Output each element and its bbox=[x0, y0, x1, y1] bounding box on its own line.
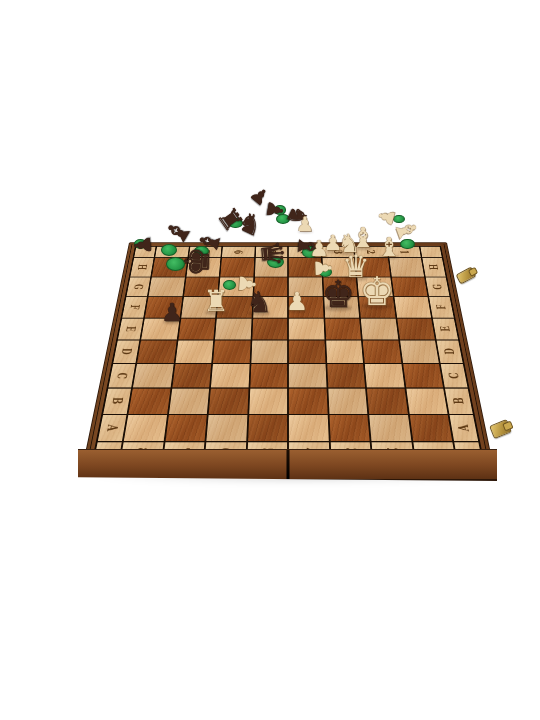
square-g6 bbox=[219, 277, 253, 296]
green-felt-base bbox=[276, 214, 290, 224]
green-felt-base bbox=[393, 215, 405, 224]
square-c2 bbox=[365, 364, 404, 388]
square-c7 bbox=[172, 364, 211, 388]
square-a1 bbox=[409, 415, 452, 441]
board-fold-seam bbox=[286, 450, 289, 479]
piece-white-bishop: ♝ bbox=[390, 215, 422, 246]
square-f5 bbox=[253, 297, 287, 317]
square-h7 bbox=[186, 258, 220, 276]
square-c6 bbox=[211, 364, 249, 388]
square-b8 bbox=[129, 389, 171, 414]
brass-latch-icon bbox=[489, 419, 512, 439]
piece-dark-rook: ♜ bbox=[213, 202, 248, 236]
label-file-f-right: F bbox=[429, 297, 453, 317]
label-rank-5-back: 5 bbox=[255, 247, 287, 258]
board-corner-cell bbox=[134, 247, 155, 258]
label-file-e-right: E bbox=[433, 318, 458, 339]
label-file-h-left: H bbox=[130, 258, 153, 276]
square-h2 bbox=[356, 258, 390, 276]
square-f3 bbox=[324, 297, 359, 317]
label-file-c-left: C bbox=[108, 364, 135, 388]
square-h4 bbox=[289, 258, 322, 276]
square-e6 bbox=[215, 318, 251, 339]
square-c8 bbox=[133, 364, 173, 388]
board-front-edge bbox=[78, 449, 497, 481]
square-g1 bbox=[391, 277, 427, 296]
square-a5 bbox=[248, 415, 287, 441]
square-b1 bbox=[406, 389, 448, 414]
square-f1 bbox=[394, 297, 431, 317]
square-e3 bbox=[325, 318, 361, 339]
label-file-e-left: E bbox=[118, 318, 143, 339]
label-file-d-left: D bbox=[113, 341, 139, 363]
square-e1 bbox=[397, 318, 435, 339]
label-file-f-left: F bbox=[122, 297, 146, 317]
square-b2 bbox=[367, 389, 407, 414]
piece-dark-knight: ♞ bbox=[234, 206, 267, 241]
square-b6 bbox=[209, 389, 248, 414]
square-e4 bbox=[289, 318, 324, 339]
label-file-a-right: A bbox=[449, 415, 478, 441]
square-b3 bbox=[328, 389, 367, 414]
square-a2 bbox=[369, 415, 411, 441]
label-file-g-right: G bbox=[426, 277, 450, 296]
square-h6 bbox=[220, 258, 253, 276]
label-rank-8-back: 8 bbox=[155, 247, 188, 258]
square-c1 bbox=[403, 364, 443, 388]
square-b5 bbox=[249, 389, 287, 414]
square-d4 bbox=[289, 341, 325, 363]
square-g4 bbox=[289, 277, 323, 296]
brass-latch-icon bbox=[455, 266, 476, 284]
square-f7 bbox=[181, 297, 217, 317]
square-a8 bbox=[124, 415, 167, 441]
piece-white-pawn: ♟ bbox=[296, 214, 314, 234]
square-g3 bbox=[323, 277, 357, 296]
square-d6 bbox=[213, 341, 250, 363]
piece-dark-pawn: ♟ bbox=[247, 183, 274, 210]
square-a7 bbox=[165, 415, 207, 441]
square-d3 bbox=[326, 341, 363, 363]
square-f4 bbox=[289, 297, 323, 317]
square-c4 bbox=[289, 364, 326, 388]
square-e8 bbox=[141, 318, 179, 339]
label-rank-3-back: 3 bbox=[322, 247, 354, 258]
square-d2 bbox=[363, 341, 401, 363]
board-corner-cell bbox=[420, 247, 441, 258]
square-h1 bbox=[389, 258, 424, 276]
square-e7 bbox=[178, 318, 215, 339]
square-d1 bbox=[400, 341, 439, 363]
square-e2 bbox=[361, 318, 398, 339]
label-file-b-right: B bbox=[445, 389, 473, 414]
piece-white-pawn: ♟ bbox=[374, 206, 398, 229]
square-f2 bbox=[359, 297, 395, 317]
square-c5 bbox=[250, 364, 287, 388]
square-g8 bbox=[149, 277, 185, 296]
label-file-a-left: A bbox=[98, 415, 127, 441]
square-h3 bbox=[322, 258, 355, 276]
square-a4 bbox=[289, 415, 328, 441]
label-file-g-left: G bbox=[126, 277, 150, 296]
label-file-h-right: H bbox=[422, 258, 445, 276]
square-b7 bbox=[169, 389, 209, 414]
square-f6 bbox=[217, 297, 252, 317]
label-file-b-left: B bbox=[103, 389, 131, 414]
square-g5 bbox=[254, 277, 288, 296]
square-g7 bbox=[184, 277, 219, 296]
square-e5 bbox=[252, 318, 287, 339]
piece-dark-knight: ♞ bbox=[282, 201, 313, 231]
label-rank-6-back: 6 bbox=[222, 247, 254, 258]
square-d7 bbox=[175, 341, 213, 363]
chess-board: 87654321HHGGFFEEDDCCBBAA87654321 bbox=[82, 242, 493, 466]
square-a3 bbox=[329, 415, 370, 441]
square-b4 bbox=[289, 389, 327, 414]
label-rank-4-back: 4 bbox=[289, 247, 321, 258]
green-felt-base bbox=[274, 205, 287, 214]
square-g2 bbox=[357, 277, 392, 296]
label-file-c-right: C bbox=[441, 364, 468, 388]
square-f8 bbox=[145, 297, 182, 317]
square-h5 bbox=[255, 258, 288, 276]
square-d5 bbox=[251, 341, 287, 363]
product-photo-stage: 87654321HHGGFFEEDDCCBBAA87654321 ♟♟♞♟♜♟♞… bbox=[0, 0, 540, 720]
label-file-d-right: D bbox=[437, 341, 463, 363]
green-felt-base bbox=[228, 218, 243, 229]
square-d8 bbox=[137, 341, 176, 363]
piece-dark-pawn: ♟ bbox=[262, 198, 286, 220]
label-rank-1-back: 1 bbox=[388, 247, 421, 258]
square-a6 bbox=[206, 415, 247, 441]
piece-shadow bbox=[298, 230, 313, 233]
square-h8 bbox=[152, 258, 187, 276]
label-rank-7-back: 7 bbox=[189, 247, 222, 258]
square-c3 bbox=[327, 364, 365, 388]
board-grid: 87654321HHGGFFEEDDCCBBAA87654321 bbox=[92, 246, 484, 461]
label-rank-2-back: 2 bbox=[355, 247, 388, 258]
